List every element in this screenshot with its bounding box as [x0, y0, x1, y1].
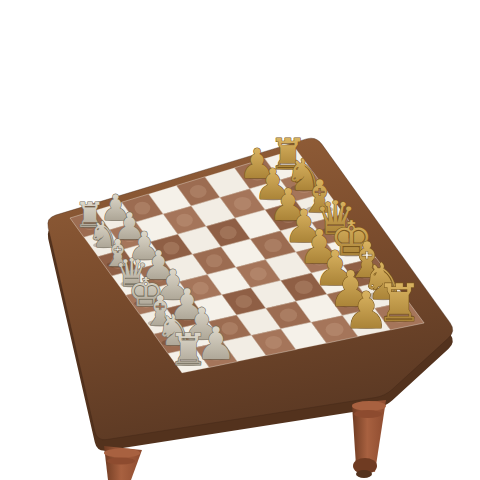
- marble-vein: [295, 281, 313, 294]
- chess-table-product-photo: ♜♟♞♟♝♟♟♜♛♟♟♞♚♟♟♝♝♟♟♛♞♟♟♚♟♜♝♟♟♞♟♜: [0, 0, 480, 480]
- marble-vein: [264, 239, 282, 252]
- marble-vein: [236, 295, 253, 308]
- marble-vein: [206, 254, 223, 267]
- marble-vein: [326, 323, 344, 336]
- marble-vein: [190, 185, 207, 198]
- marble-vein: [234, 197, 251, 210]
- piece-white-rook-h1: ♜: [169, 324, 208, 375]
- chess-table-graphic: ♜♟♞♟♝♟♟♜♛♟♟♞♚♟♟♝♝♟♟♛♞♟♟♚♟♜♝♟♟♞♟♜: [0, 0, 480, 480]
- marble-vein: [176, 214, 192, 227]
- marble-vein: [220, 226, 237, 239]
- table-leg-right: [352, 400, 386, 478]
- marble-vein: [265, 336, 282, 349]
- marble-vein: [280, 309, 297, 322]
- piece-black-pawn-h7: ♟: [344, 281, 389, 340]
- marble-vein: [250, 267, 267, 280]
- table-leg-left: [104, 446, 142, 480]
